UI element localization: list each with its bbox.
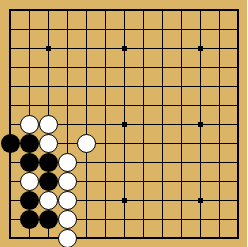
stone-black[interactable]: [1, 134, 20, 153]
stone-black[interactable]: [39, 210, 58, 229]
stone-black[interactable]: [20, 210, 39, 229]
stone-white[interactable]: [39, 134, 58, 153]
stones-layer: [1, 1, 248, 247]
stone-black[interactable]: [39, 153, 58, 172]
stone-black[interactable]: [20, 191, 39, 210]
stone-white[interactable]: [20, 172, 39, 191]
stone-black[interactable]: [20, 134, 39, 153]
go-board[interactable]: [0, 0, 247, 247]
stone-black[interactable]: [20, 153, 39, 172]
stone-white[interactable]: [58, 229, 77, 247]
stone-white[interactable]: [20, 115, 39, 134]
stone-white[interactable]: [58, 191, 77, 210]
stone-white[interactable]: [58, 210, 77, 229]
stone-white[interactable]: [39, 115, 58, 134]
stone-white[interactable]: [58, 172, 77, 191]
stone-white[interactable]: [58, 153, 77, 172]
stone-white[interactable]: [39, 191, 58, 210]
stone-white[interactable]: [77, 134, 96, 153]
stone-black[interactable]: [39, 172, 58, 191]
